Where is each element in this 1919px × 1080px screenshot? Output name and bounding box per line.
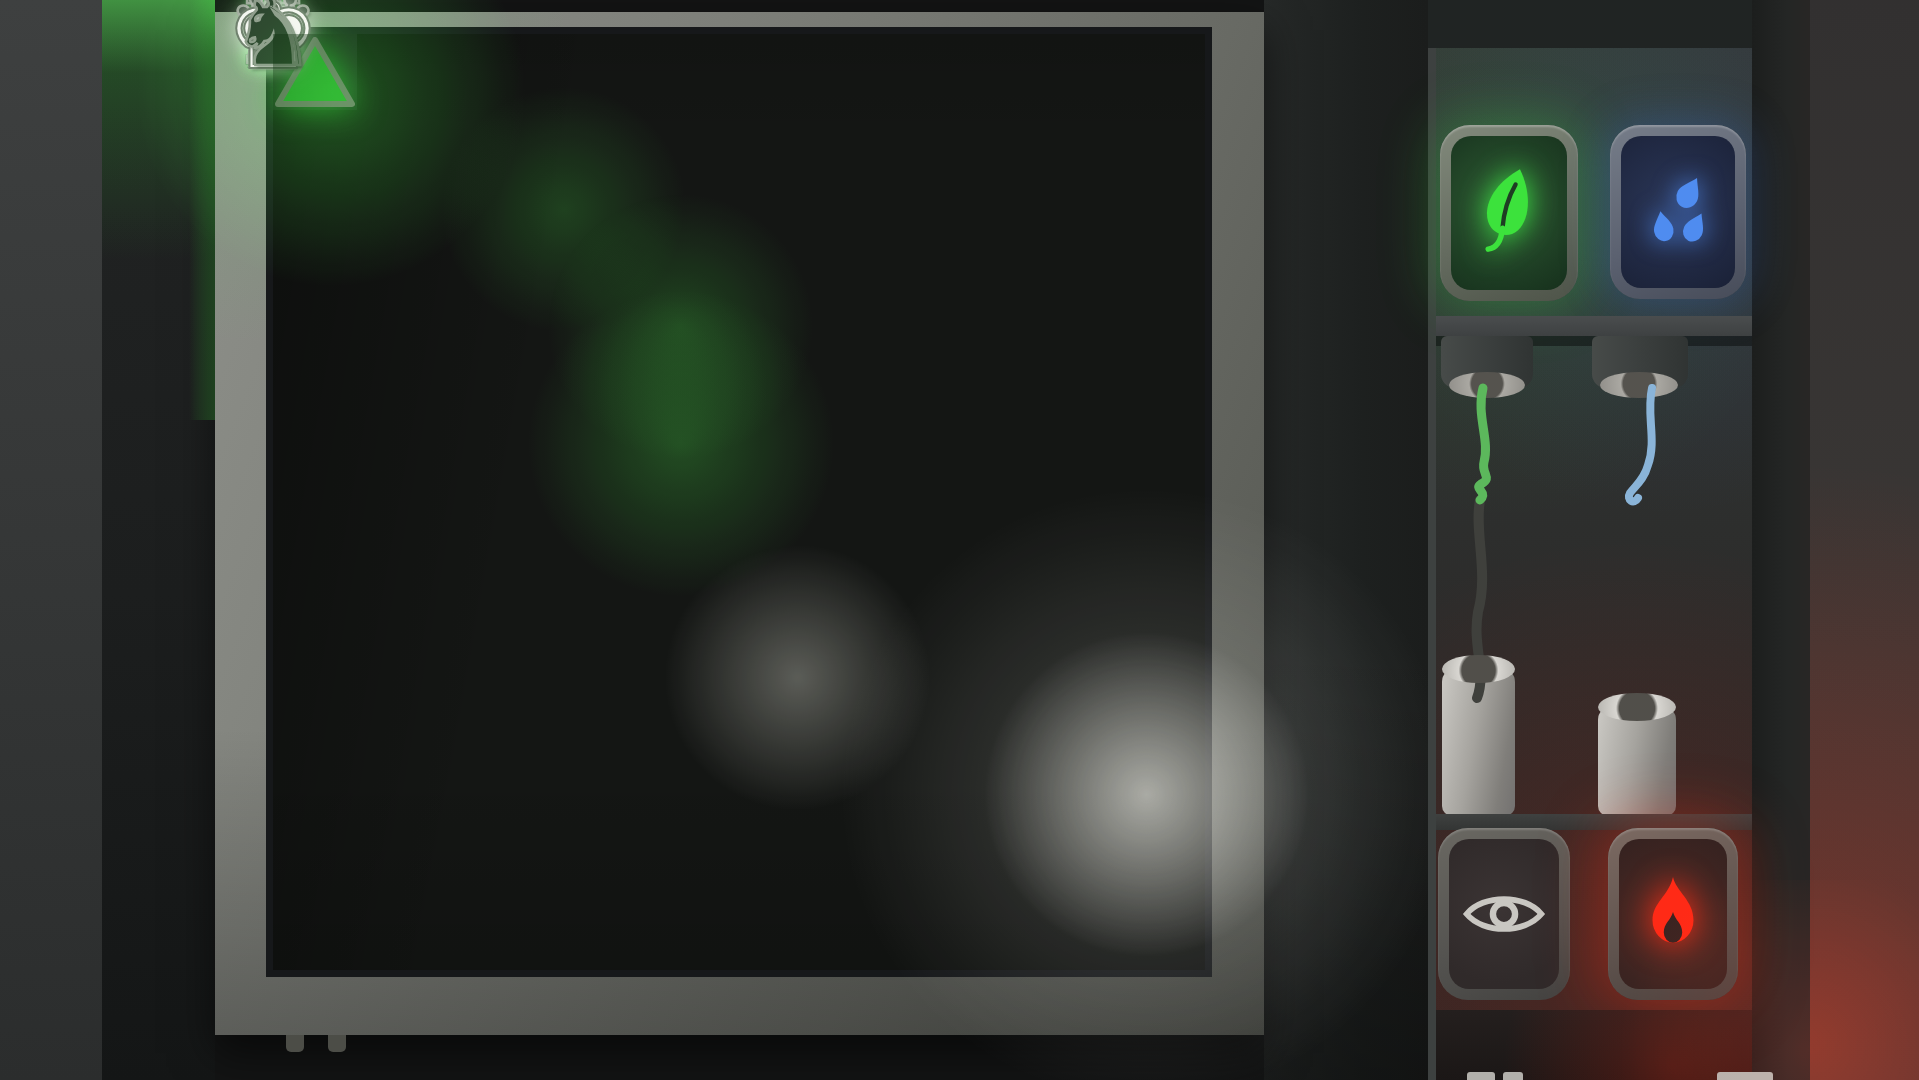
leaf-icon [1472,167,1546,259]
panel-floor [1436,1010,1752,1080]
leaf-button-screen [1451,136,1567,290]
side-panel-left-edge [1428,48,1436,1080]
scene: ♝♜♝♟♜♜♝♟♛♟♞♟♟♟♚♞ [0,0,1919,1080]
panel-foot-tab [1467,1072,1495,1080]
left-recess-green-light-leak [102,0,215,1080]
left-wall [0,0,102,1080]
frame-foot [328,1035,346,1052]
fire-button[interactable] [1608,828,1738,1000]
right-nozzle-ring [1600,372,1678,398]
left-cup-rim [1442,655,1515,683]
far-right-wall [1810,0,1919,1080]
board-wrap: ♝♜♝♟♜♜♝♟♛♟♞♟♟♟♚♞ [273,34,1205,970]
board-grid: ♝♜♝♟♜♜♝♟♛♟♞♟♟♟♚♞ [273,34,1205,970]
water-button[interactable] [1610,125,1746,299]
eye-button-screen [1449,839,1559,989]
panel-foot-tab [1503,1072,1523,1080]
piece-dark-knight[interactable]: ♞ [230,0,315,80]
right-cup-rim [1598,693,1676,721]
left-nozzle-ring [1449,372,1525,398]
right-cup[interactable] [1598,706,1676,816]
water-drops-icon [1639,173,1717,251]
frame-foot [286,1035,304,1052]
panel-foot-tab [1717,1072,1773,1080]
fire-button-screen [1619,839,1727,989]
side-panel-right-wall [1752,0,1810,1080]
water-button-screen [1621,136,1735,288]
mid-wall [1264,0,1428,1080]
leaf-button[interactable] [1440,125,1578,301]
eye-button[interactable] [1438,828,1570,1000]
fire-icon [1640,873,1706,955]
dispenser-shelf [1436,316,1752,336]
eye-icon [1462,886,1546,942]
